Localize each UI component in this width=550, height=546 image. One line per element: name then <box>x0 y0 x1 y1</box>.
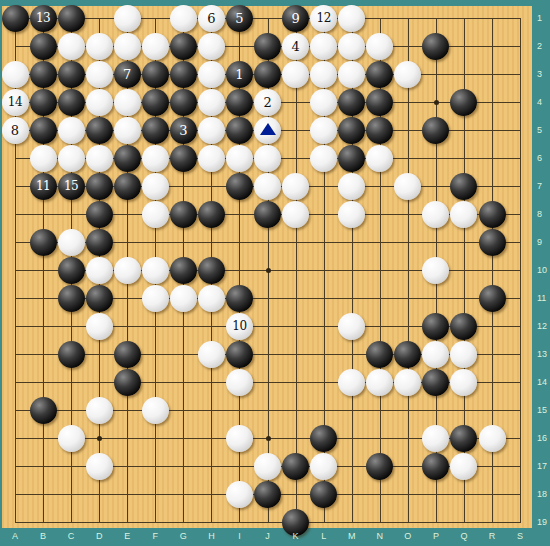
white-stone-M12 <box>338 313 365 340</box>
black-stone-B3 <box>30 61 57 88</box>
white-stone-A5: 8 <box>2 117 29 144</box>
white-stone-M7 <box>338 173 365 200</box>
black-stone-B1: 13 <box>30 5 57 32</box>
black-stone-G4 <box>170 89 197 116</box>
black-stone-P12 <box>422 313 449 340</box>
black-stone-J8 <box>254 201 281 228</box>
black-stone-Q7 <box>450 173 477 200</box>
white-stone-O7 <box>394 173 421 200</box>
white-stone-H2 <box>198 33 225 60</box>
black-stone-G2 <box>170 33 197 60</box>
black-stone-Q16 <box>450 425 477 452</box>
move-number-label: 12 <box>317 12 331 24</box>
row-label-5: 5 <box>537 126 542 135</box>
white-stone-Q8 <box>450 201 477 228</box>
black-stone-R8 <box>479 201 506 228</box>
triangle-marker <box>260 123 276 135</box>
white-stone-P13 <box>422 341 449 368</box>
black-stone-G3 <box>170 61 197 88</box>
black-stone-B7: 11 <box>30 173 57 200</box>
column-label-K: K <box>293 532 299 541</box>
row-label-10: 10 <box>537 266 547 275</box>
white-stone-E5 <box>114 117 141 144</box>
black-stone-H8 <box>198 201 225 228</box>
white-stone-A4: 14 <box>2 89 29 116</box>
white-stone-G11 <box>170 285 197 312</box>
move-number-label: 9 <box>291 12 299 25</box>
white-stone-M8 <box>338 201 365 228</box>
move-number-label: 3 <box>179 124 187 137</box>
move-number-label: 11 <box>36 180 50 192</box>
white-stone-A3 <box>2 61 29 88</box>
white-stone-P8 <box>422 201 449 228</box>
white-stone-I18 <box>226 481 253 508</box>
white-stone-H1: 6 <box>198 5 225 32</box>
black-stone-C10 <box>58 257 85 284</box>
black-stone-D5 <box>86 117 113 144</box>
white-stone-K8 <box>282 201 309 228</box>
column-label-R: R <box>489 532 496 541</box>
move-number-label: 8 <box>11 124 19 137</box>
white-stone-K2: 4 <box>282 33 309 60</box>
star-point <box>266 268 271 273</box>
white-stone-M1 <box>338 5 365 32</box>
black-stone-G5: 3 <box>170 117 197 144</box>
move-number-label: 7 <box>123 68 131 81</box>
white-stone-H13 <box>198 341 225 368</box>
column-label-J: J <box>265 532 270 541</box>
black-stone-L16 <box>310 425 337 452</box>
column-label-C: C <box>68 532 75 541</box>
white-stone-J6 <box>254 145 281 172</box>
row-label-16: 16 <box>537 434 547 443</box>
black-stone-I4 <box>226 89 253 116</box>
white-stone-L4 <box>310 89 337 116</box>
row-label-12: 12 <box>537 322 547 331</box>
black-stone-R9 <box>479 229 506 256</box>
white-stone-H5 <box>198 117 225 144</box>
white-stone-C9 <box>58 229 85 256</box>
row-label-8: 8 <box>537 210 542 219</box>
column-label-N: N <box>377 532 384 541</box>
move-number-label: 13 <box>36 12 50 24</box>
black-stone-C7: 15 <box>58 173 85 200</box>
white-stone-I12: 10 <box>226 313 253 340</box>
black-stone-G6 <box>170 145 197 172</box>
move-number-label: 5 <box>235 12 243 25</box>
white-stone-D15 <box>86 397 113 424</box>
white-stone-D2 <box>86 33 113 60</box>
black-stone-P5 <box>422 117 449 144</box>
white-stone-L3 <box>310 61 337 88</box>
black-stone-E3: 7 <box>114 61 141 88</box>
row-label-11: 11 <box>537 294 546 303</box>
move-number-label: 4 <box>291 40 299 53</box>
white-stone-Q14 <box>450 369 477 396</box>
white-stone-F6 <box>142 145 169 172</box>
white-stone-D4 <box>86 89 113 116</box>
white-stone-R16 <box>479 425 506 452</box>
black-stone-I11 <box>226 285 253 312</box>
black-stone-E13 <box>114 341 141 368</box>
black-stone-M6 <box>338 145 365 172</box>
black-stone-E14 <box>114 369 141 396</box>
black-stone-N5 <box>366 117 393 144</box>
black-stone-B2 <box>30 33 57 60</box>
white-stone-F2 <box>142 33 169 60</box>
white-stone-E10 <box>114 257 141 284</box>
white-stone-J7 <box>254 173 281 200</box>
white-stone-H6 <box>198 145 225 172</box>
row-label-1: 1 <box>537 14 542 23</box>
black-stone-B5 <box>30 117 57 144</box>
column-label-D: D <box>96 532 103 541</box>
black-stone-G10 <box>170 257 197 284</box>
black-stone-D8 <box>86 201 113 228</box>
move-number-label: 2 <box>263 96 271 109</box>
white-stone-Q17 <box>450 453 477 480</box>
white-stone-G1 <box>170 5 197 32</box>
white-stone-C16 <box>58 425 85 452</box>
white-stone-F15 <box>142 397 169 424</box>
black-stone-C3 <box>58 61 85 88</box>
black-stone-I13 <box>226 341 253 368</box>
black-stone-M5 <box>338 117 365 144</box>
white-stone-P10 <box>422 257 449 284</box>
black-stone-Q4 <box>450 89 477 116</box>
black-stone-Q12 <box>450 313 477 340</box>
white-stone-J4: 2 <box>254 89 281 116</box>
move-number-label: 15 <box>64 180 78 192</box>
black-stone-N13 <box>366 341 393 368</box>
black-stone-E6 <box>114 145 141 172</box>
white-stone-L1: 12 <box>310 5 337 32</box>
white-stone-E4 <box>114 89 141 116</box>
black-stone-I1: 5 <box>226 5 253 32</box>
black-stone-C1 <box>58 5 85 32</box>
column-label-P: P <box>433 532 439 541</box>
black-stone-D9 <box>86 229 113 256</box>
column-label-A: A <box>12 532 18 541</box>
white-stone-L17 <box>310 453 337 480</box>
white-stone-O3 <box>394 61 421 88</box>
row-label-14: 14 <box>537 378 547 387</box>
white-stone-F10 <box>142 257 169 284</box>
white-stone-D12 <box>86 313 113 340</box>
black-stone-N3 <box>366 61 393 88</box>
row-label-13: 13 <box>537 350 547 359</box>
white-stone-L6 <box>310 145 337 172</box>
white-stone-I6 <box>226 145 253 172</box>
black-stone-R11 <box>479 285 506 312</box>
white-stone-M2 <box>338 33 365 60</box>
row-label-7: 7 <box>537 182 542 191</box>
white-stone-H3 <box>198 61 225 88</box>
white-stone-D10 <box>86 257 113 284</box>
column-label-O: O <box>404 532 411 541</box>
white-stone-N14 <box>366 369 393 396</box>
black-stone-L18 <box>310 481 337 508</box>
white-stone-N2 <box>366 33 393 60</box>
white-stone-M14 <box>338 369 365 396</box>
column-label-Q: Q <box>460 532 467 541</box>
black-stone-K17 <box>282 453 309 480</box>
column-label-S: S <box>517 532 523 541</box>
white-stone-P16 <box>422 425 449 452</box>
black-stone-K1: 9 <box>282 5 309 32</box>
white-stone-F11 <box>142 285 169 312</box>
white-stone-C5 <box>58 117 85 144</box>
row-label-15: 15 <box>537 406 547 415</box>
go-board[interactable]: 136591247114283111510 <box>2 6 532 528</box>
white-stone-E2 <box>114 33 141 60</box>
white-stone-H11 <box>198 285 225 312</box>
black-stone-E7 <box>114 173 141 200</box>
grid-line-horizontal <box>15 522 521 523</box>
black-stone-J3 <box>254 61 281 88</box>
black-stone-N4 <box>366 89 393 116</box>
row-label-4: 4 <box>537 98 542 107</box>
black-stone-O13 <box>394 341 421 368</box>
white-stone-H4 <box>198 89 225 116</box>
white-stone-J5 <box>254 117 281 144</box>
white-stone-M3 <box>338 61 365 88</box>
black-stone-I5 <box>226 117 253 144</box>
column-label-G: G <box>180 532 187 541</box>
white-stone-D6 <box>86 145 113 172</box>
black-stone-P2 <box>422 33 449 60</box>
white-stone-E1 <box>114 5 141 32</box>
black-stone-C4 <box>58 89 85 116</box>
grid-line-horizontal <box>15 18 521 19</box>
black-stone-J2 <box>254 33 281 60</box>
white-stone-L5 <box>310 117 337 144</box>
white-stone-I14 <box>226 369 253 396</box>
white-stone-C2 <box>58 33 85 60</box>
go-app-window: 136591247114283111510 ABCDEFGHIJKLMNOPQR… <box>0 0 550 546</box>
black-stone-J18 <box>254 481 281 508</box>
white-stone-I16 <box>226 425 253 452</box>
row-label-3: 3 <box>537 70 542 79</box>
black-stone-P17 <box>422 453 449 480</box>
column-label-F: F <box>153 532 159 541</box>
star-point <box>266 436 271 441</box>
column-label-L: L <box>321 532 326 541</box>
row-label-18: 18 <box>537 490 547 499</box>
white-stone-N6 <box>366 145 393 172</box>
black-stone-B9 <box>30 229 57 256</box>
white-stone-K7 <box>282 173 309 200</box>
black-stone-A1 <box>2 5 29 32</box>
white-stone-F7 <box>142 173 169 200</box>
star-point <box>434 100 439 105</box>
star-point <box>97 436 102 441</box>
white-stone-J17 <box>254 453 281 480</box>
white-stone-Q13 <box>450 341 477 368</box>
black-stone-C11 <box>58 285 85 312</box>
column-label-E: E <box>124 532 130 541</box>
row-label-9: 9 <box>537 238 542 247</box>
black-stone-C13 <box>58 341 85 368</box>
column-label-B: B <box>40 532 46 541</box>
black-stone-N17 <box>366 453 393 480</box>
white-stone-L2 <box>310 33 337 60</box>
black-stone-F4 <box>142 89 169 116</box>
move-number-label: 10 <box>232 320 246 332</box>
white-stone-K3 <box>282 61 309 88</box>
white-stone-O14 <box>394 369 421 396</box>
black-stone-M4 <box>338 89 365 116</box>
move-number-label: 6 <box>207 12 215 25</box>
black-stone-B15 <box>30 397 57 424</box>
black-stone-I7 <box>226 173 253 200</box>
black-stone-I3: 1 <box>226 61 253 88</box>
column-label-H: H <box>208 532 215 541</box>
white-stone-F8 <box>142 201 169 228</box>
black-stone-G8 <box>170 201 197 228</box>
black-stone-D7 <box>86 173 113 200</box>
black-stone-H10 <box>198 257 225 284</box>
row-label-6: 6 <box>537 154 542 163</box>
row-label-19: 19 <box>537 518 547 527</box>
white-stone-D17 <box>86 453 113 480</box>
black-stone-D11 <box>86 285 113 312</box>
column-label-I: I <box>238 532 241 541</box>
white-stone-B6 <box>30 145 57 172</box>
column-label-M: M <box>348 532 356 541</box>
row-label-17: 17 <box>537 462 547 471</box>
move-number-label: 14 <box>8 96 22 108</box>
white-stone-C6 <box>58 145 85 172</box>
row-label-2: 2 <box>537 42 542 51</box>
move-number-label: 1 <box>235 68 243 81</box>
black-stone-B4 <box>30 89 57 116</box>
black-stone-F3 <box>142 61 169 88</box>
white-stone-D3 <box>86 61 113 88</box>
black-stone-P14 <box>422 369 449 396</box>
black-stone-F5 <box>142 117 169 144</box>
